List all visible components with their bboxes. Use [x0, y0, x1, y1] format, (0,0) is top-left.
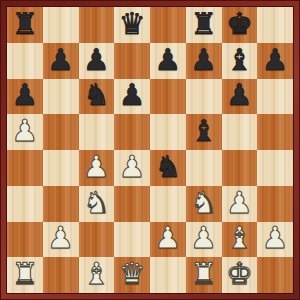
square-a3[interactable]: [7, 186, 43, 222]
square-a8[interactable]: ♜: [7, 7, 43, 43]
chess-app: ♜♛♜♚♟♟♟♟♝♟♟♞♟♟♟♝♟♟♞♞♞♟♟♟♟♝♟♜♝♛♜♚: [0, 0, 300, 300]
black-pawn-c7[interactable]: ♟: [83, 45, 110, 75]
square-b2[interactable]: ♟: [43, 222, 79, 258]
white-knight-f3[interactable]: ♞: [190, 188, 217, 218]
square-g6[interactable]: ♟: [222, 79, 258, 115]
white-king-g1[interactable]: ♚: [226, 259, 253, 289]
black-pawn-h7[interactable]: ♟: [262, 45, 289, 75]
square-d8[interactable]: ♛: [114, 7, 150, 43]
black-pawn-f7[interactable]: ♟: [190, 45, 217, 75]
square-f2[interactable]: ♟: [186, 222, 222, 258]
square-e5[interactable]: [150, 114, 186, 150]
square-g1[interactable]: ♚: [222, 257, 258, 293]
white-pawn-c4[interactable]: ♟: [83, 152, 110, 182]
square-f8[interactable]: ♜: [186, 7, 222, 43]
black-pawn-a6[interactable]: ♟: [11, 80, 38, 110]
square-g7[interactable]: ♝: [222, 43, 258, 79]
square-g2[interactable]: ♝: [222, 222, 258, 258]
black-bishop-g7[interactable]: ♝: [226, 45, 253, 75]
black-pawn-g6[interactable]: ♟: [226, 80, 253, 110]
square-g5[interactable]: [222, 114, 258, 150]
square-a4[interactable]: [7, 150, 43, 186]
white-pawn-d4[interactable]: ♟: [119, 152, 146, 182]
white-pawn-h2[interactable]: ♟: [262, 223, 289, 253]
square-f3[interactable]: ♞: [186, 186, 222, 222]
square-h4[interactable]: [257, 150, 293, 186]
square-b8[interactable]: [43, 7, 79, 43]
square-h8[interactable]: [257, 7, 293, 43]
white-queen-d1[interactable]: ♛: [119, 259, 146, 289]
white-bishop-g2[interactable]: ♝: [226, 223, 253, 253]
square-a7[interactable]: [7, 43, 43, 79]
square-c5[interactable]: [79, 114, 115, 150]
square-b3[interactable]: [43, 186, 79, 222]
square-e6[interactable]: [150, 79, 186, 115]
white-rook-a1[interactable]: ♜: [11, 259, 38, 289]
black-rook-f8[interactable]: ♜: [190, 9, 217, 39]
square-e4[interactable]: ♞: [150, 150, 186, 186]
square-d5[interactable]: [114, 114, 150, 150]
square-c8[interactable]: [79, 7, 115, 43]
white-pawn-b2[interactable]: ♟: [47, 223, 74, 253]
square-h3[interactable]: [257, 186, 293, 222]
square-d6[interactable]: ♟: [114, 79, 150, 115]
square-h7[interactable]: ♟: [257, 43, 293, 79]
white-knight-c3[interactable]: ♞: [83, 188, 110, 218]
square-c4[interactable]: ♟: [79, 150, 115, 186]
square-c1[interactable]: ♝: [79, 257, 115, 293]
square-h1[interactable]: [257, 257, 293, 293]
black-bishop-f5[interactable]: ♝: [190, 116, 217, 146]
chess-board: ♜♛♜♚♟♟♟♟♝♟♟♞♟♟♟♝♟♟♞♞♞♟♟♟♟♝♟♜♝♛♜♚: [7, 7, 293, 293]
square-d1[interactable]: ♛: [114, 257, 150, 293]
square-e3[interactable]: [150, 186, 186, 222]
white-pawn-f2[interactable]: ♟: [190, 223, 217, 253]
square-c2[interactable]: [79, 222, 115, 258]
white-rook-f1[interactable]: ♜: [190, 259, 217, 289]
black-knight-e4[interactable]: ♞: [154, 152, 181, 182]
square-e8[interactable]: [150, 7, 186, 43]
white-pawn-a5[interactable]: ♟: [11, 116, 38, 146]
white-pawn-e2[interactable]: ♟: [154, 223, 181, 253]
square-a2[interactable]: [7, 222, 43, 258]
square-b1[interactable]: [43, 257, 79, 293]
square-b6[interactable]: [43, 79, 79, 115]
black-pawn-b7[interactable]: ♟: [47, 45, 74, 75]
square-d4[interactable]: ♟: [114, 150, 150, 186]
square-d3[interactable]: [114, 186, 150, 222]
square-h5[interactable]: [257, 114, 293, 150]
square-c6[interactable]: ♞: [79, 79, 115, 115]
square-a1[interactable]: ♜: [7, 257, 43, 293]
square-g3[interactable]: ♟: [222, 186, 258, 222]
square-g4[interactable]: [222, 150, 258, 186]
square-d2[interactable]: [114, 222, 150, 258]
square-e7[interactable]: ♟: [150, 43, 186, 79]
square-a6[interactable]: ♟: [7, 79, 43, 115]
square-f6[interactable]: [186, 79, 222, 115]
square-h2[interactable]: ♟: [257, 222, 293, 258]
black-queen-d8[interactable]: ♛: [119, 9, 146, 39]
square-f4[interactable]: [186, 150, 222, 186]
board-frame: ♜♛♜♚♟♟♟♟♝♟♟♞♟♟♟♝♟♟♞♞♞♟♟♟♟♝♟♜♝♛♜♚: [0, 0, 300, 300]
square-c3[interactable]: ♞: [79, 186, 115, 222]
square-b4[interactable]: [43, 150, 79, 186]
square-a5[interactable]: ♟: [7, 114, 43, 150]
square-c7[interactable]: ♟: [79, 43, 115, 79]
black-king-g8[interactable]: ♚: [226, 9, 253, 39]
white-pawn-g3[interactable]: ♟: [226, 188, 253, 218]
square-f7[interactable]: ♟: [186, 43, 222, 79]
square-b5[interactable]: [43, 114, 79, 150]
black-pawn-e7[interactable]: ♟: [154, 45, 181, 75]
square-h6[interactable]: [257, 79, 293, 115]
square-d7[interactable]: [114, 43, 150, 79]
black-knight-c6[interactable]: ♞: [83, 80, 110, 110]
white-bishop-c1[interactable]: ♝: [83, 259, 110, 289]
square-e1[interactable]: [150, 257, 186, 293]
square-e2[interactable]: ♟: [150, 222, 186, 258]
square-f5[interactable]: ♝: [186, 114, 222, 150]
square-g8[interactable]: ♚: [222, 7, 258, 43]
black-rook-a8[interactable]: ♜: [11, 9, 38, 39]
black-pawn-d6[interactable]: ♟: [119, 80, 146, 110]
square-b7[interactable]: ♟: [43, 43, 79, 79]
square-f1[interactable]: ♜: [186, 257, 222, 293]
